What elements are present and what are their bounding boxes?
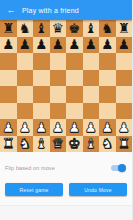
square-c4[interactable] [33, 86, 50, 103]
square-a6[interactable] [0, 53, 17, 70]
back-arrow-icon[interactable]: ← [4, 0, 18, 20]
undo-move-button[interactable]: Undo Move [69, 183, 127, 196]
square-d4[interactable] [50, 86, 67, 103]
square-g2[interactable]: ♟ [99, 119, 116, 136]
app-bar: ← Play with a friend [0, 0, 132, 20]
square-d6[interactable] [50, 53, 67, 70]
square-e7[interactable]: ♟ [66, 37, 83, 54]
square-f6[interactable] [83, 53, 100, 70]
white-pawn-piece: ♟ [116, 119, 133, 136]
square-b5[interactable] [17, 70, 34, 87]
square-d2[interactable]: ♟ [50, 119, 67, 136]
white-bishop-piece: ♝ [83, 136, 100, 153]
square-c1[interactable]: ♝ [33, 136, 50, 153]
page-title: Play with a friend [22, 7, 79, 14]
black-pawn-piece: ♟ [33, 37, 50, 54]
square-f3[interactable] [83, 103, 100, 120]
white-pawn-piece: ♟ [83, 119, 100, 136]
black-pawn-piece: ♟ [116, 37, 133, 54]
square-h3[interactable] [116, 103, 133, 120]
white-king-piece: ♚ [66, 136, 83, 153]
black-pawn-piece: ♟ [83, 37, 100, 54]
square-g3[interactable] [99, 103, 116, 120]
black-pawn-piece: ♟ [50, 37, 67, 54]
white-pawn-piece: ♟ [99, 119, 116, 136]
square-h2[interactable]: ♟ [116, 119, 133, 136]
flip-toggle-switch[interactable] [111, 164, 125, 172]
square-f8[interactable]: ♝ [83, 20, 100, 37]
reset-game-button[interactable]: Reset game [5, 183, 63, 196]
square-a7[interactable]: ♟ [0, 37, 17, 54]
square-a3[interactable] [0, 103, 17, 120]
black-king-piece: ♚ [66, 20, 83, 37]
square-h6[interactable] [116, 53, 133, 70]
square-e5[interactable] [66, 70, 83, 87]
white-pawn-piece: ♟ [66, 119, 83, 136]
square-b8[interactable]: ♞ [17, 20, 34, 37]
white-queen-piece: ♛ [50, 136, 67, 153]
square-a2[interactable]: ♟ [0, 119, 17, 136]
white-bishop-piece: ♝ [33, 136, 50, 153]
black-pawn-piece: ♟ [0, 37, 17, 54]
square-b1[interactable]: ♞ [17, 136, 34, 153]
square-h7[interactable]: ♟ [116, 37, 133, 54]
white-knight-piece: ♞ [17, 136, 34, 153]
square-g5[interactable] [99, 70, 116, 87]
square-h5[interactable] [116, 70, 133, 87]
square-f7[interactable]: ♟ [83, 37, 100, 54]
square-a8[interactable]: ♜ [0, 20, 17, 37]
square-c3[interactable] [33, 103, 50, 120]
square-b3[interactable] [17, 103, 34, 120]
square-e2[interactable]: ♟ [66, 119, 83, 136]
square-f1[interactable]: ♝ [83, 136, 100, 153]
square-c5[interactable] [33, 70, 50, 87]
black-pawn-piece: ♟ [17, 37, 34, 54]
controls-panel: Flip based on move Reset game Undo Move [0, 152, 132, 220]
white-pawn-piece: ♟ [33, 119, 50, 136]
square-d1[interactable]: ♛ [50, 136, 67, 153]
black-bishop-piece: ♝ [83, 20, 100, 37]
square-a5[interactable] [0, 70, 17, 87]
square-e3[interactable] [66, 103, 83, 120]
white-pawn-piece: ♟ [50, 119, 67, 136]
square-h1[interactable]: ♜ [116, 136, 133, 153]
square-b4[interactable] [17, 86, 34, 103]
flip-setting-row: Flip based on move [0, 152, 132, 174]
square-e6[interactable] [66, 53, 83, 70]
square-g6[interactable] [99, 53, 116, 70]
square-b6[interactable] [17, 53, 34, 70]
square-g4[interactable] [99, 86, 116, 103]
black-bishop-piece: ♝ [33, 20, 50, 37]
square-f5[interactable] [83, 70, 100, 87]
white-knight-piece: ♞ [99, 136, 116, 153]
white-pawn-piece: ♟ [17, 119, 34, 136]
black-knight-piece: ♞ [99, 20, 116, 37]
square-d3[interactable] [50, 103, 67, 120]
square-g8[interactable]: ♞ [99, 20, 116, 37]
square-b2[interactable]: ♟ [17, 119, 34, 136]
square-f2[interactable]: ♟ [83, 119, 100, 136]
black-pawn-piece: ♟ [99, 37, 116, 54]
square-a1[interactable]: ♜ [0, 136, 17, 153]
square-c2[interactable]: ♟ [33, 119, 50, 136]
black-queen-piece: ♛ [50, 20, 67, 37]
black-knight-piece: ♞ [17, 20, 34, 37]
square-e1[interactable]: ♚ [66, 136, 83, 153]
button-row: Reset game Undo Move [0, 183, 132, 196]
square-c6[interactable] [33, 53, 50, 70]
black-rook-piece: ♜ [0, 20, 17, 37]
square-h8[interactable]: ♜ [116, 20, 133, 37]
square-h4[interactable] [116, 86, 133, 103]
square-e8[interactable]: ♚ [66, 20, 83, 37]
square-b7[interactable]: ♟ [17, 37, 34, 54]
flip-toggle-label: Flip based on move [5, 165, 55, 171]
white-pawn-piece: ♟ [0, 119, 17, 136]
toggle-thumb [118, 164, 126, 172]
square-e4[interactable] [66, 86, 83, 103]
black-pawn-piece: ♟ [66, 37, 83, 54]
bottom-strip [0, 205, 132, 220]
white-rook-piece: ♜ [0, 136, 17, 153]
square-g1[interactable]: ♞ [99, 136, 116, 153]
chess-app-screen: ← Play with a friend ♜♞♝♛♚♝♞♜♟♟♟♟♟♟♟♟♟♟♟… [0, 0, 132, 220]
chess-board: ♜♞♝♛♚♝♞♜♟♟♟♟♟♟♟♟♟♟♟♟♟♟♟♟♜♞♝♛♚♝♞♜ [0, 20, 132, 152]
square-a4[interactable] [0, 86, 17, 103]
white-rook-piece: ♜ [116, 136, 133, 153]
black-rook-piece: ♜ [116, 20, 133, 37]
square-c7[interactable]: ♟ [33, 37, 50, 54]
square-c8[interactable]: ♝ [33, 20, 50, 37]
square-g7[interactable]: ♟ [99, 37, 116, 54]
square-d8[interactable]: ♛ [50, 20, 67, 37]
square-d5[interactable] [50, 70, 67, 87]
square-f4[interactable] [83, 86, 100, 103]
square-d7[interactable]: ♟ [50, 37, 67, 54]
